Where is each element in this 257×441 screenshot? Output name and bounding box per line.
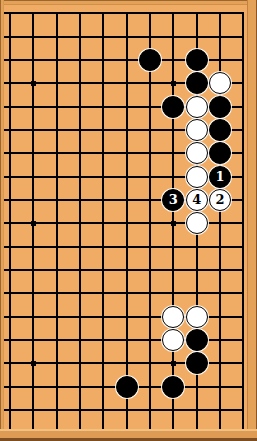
stone-black	[162, 96, 184, 118]
stone-black	[209, 119, 231, 141]
stone-white	[186, 96, 208, 118]
stone-white	[162, 329, 184, 351]
board-frame-right	[247, 0, 257, 441]
stone-white	[209, 72, 231, 94]
move-number: 2	[215, 193, 224, 206]
move-3-stone-black: 3	[162, 189, 184, 211]
stone-black	[209, 96, 231, 118]
board-frame-bottom	[0, 429, 257, 441]
move-1-stone-black: 1	[209, 166, 231, 188]
stone-black	[186, 72, 208, 94]
stone-black	[186, 49, 208, 71]
move-2-stone-white: 2	[209, 189, 231, 211]
stone-black	[139, 49, 161, 71]
stone-white	[186, 212, 208, 234]
stone-black	[209, 142, 231, 164]
stone-black	[116, 376, 138, 398]
stone-white	[162, 306, 184, 328]
stones: 1342	[0, 0, 257, 441]
move-number: 1	[215, 170, 224, 183]
move-number: 4	[192, 193, 201, 206]
stone-black	[186, 352, 208, 374]
stone-black	[162, 376, 184, 398]
move-4-stone-white: 4	[186, 189, 208, 211]
stone-white	[186, 119, 208, 141]
stone-white	[186, 142, 208, 164]
stone-white	[186, 166, 208, 188]
stone-black	[186, 329, 208, 351]
go-board-diagram: 1342	[0, 0, 257, 441]
move-number: 3	[169, 193, 178, 206]
board-frame-left	[0, 0, 4, 441]
board-frame-top	[0, 0, 257, 5]
stone-white	[186, 306, 208, 328]
